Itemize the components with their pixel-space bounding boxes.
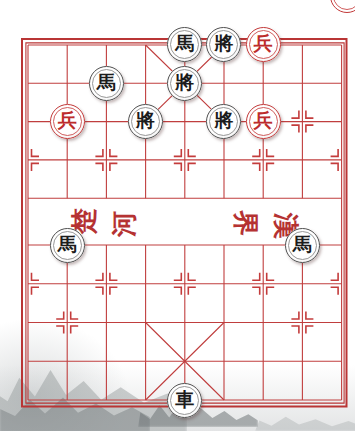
piece-glyph: 馬 — [293, 235, 312, 254]
piece-glyph: 將 — [214, 34, 233, 53]
intersection-r9c4: 車 — [165, 381, 204, 420]
piece-black-horse[interactable]: 馬 — [89, 66, 124, 101]
piece-glyph: 兵 — [254, 111, 273, 130]
piece-glyph: 馬 — [97, 73, 116, 92]
piece-glyph: 將 — [175, 73, 194, 92]
intersection-r2c1: 兵 — [48, 102, 87, 140]
piece-red-soldier[interactable]: 兵 — [50, 104, 85, 139]
intersection-r5c7: 馬 — [283, 226, 322, 265]
piece-glyph: 將 — [136, 111, 155, 130]
piece-glyph: 車 — [175, 390, 194, 409]
intersection-r5c1: 馬 — [48, 226, 87, 265]
piece-black-general[interactable]: 將 — [128, 104, 163, 139]
piece-red-soldier[interactable]: 兵 — [246, 27, 281, 62]
piece-black-general[interactable]: 將 — [167, 66, 202, 101]
intersection-r2c5: 將 — [204, 102, 243, 140]
piece-black-horse[interactable]: 馬 — [285, 228, 320, 263]
piece-red-soldier[interactable]: 兵 — [246, 104, 281, 139]
piece-glyph: 兵 — [254, 34, 273, 53]
piece-black-horse[interactable]: 馬 — [167, 27, 202, 62]
intersection-r0c6: 兵 — [244, 26, 283, 64]
piece-glyph: 將 — [214, 111, 233, 130]
xiangqi-board[interactable]: 馬將兵馬將兵將將兵馬馬車 — [8, 26, 355, 420]
piece-black-horse[interactable]: 馬 — [50, 228, 85, 263]
piece-glyph: 馬 — [175, 34, 194, 53]
piece-glyph: 兵 — [58, 111, 77, 130]
intersection-r1c4: 將 — [165, 64, 204, 102]
intersection-r2c6: 兵 — [244, 102, 283, 140]
piece-glyph: 馬 — [58, 235, 77, 254]
piece-black-general[interactable]: 將 — [206, 104, 241, 139]
intersection-r1c2: 馬 — [87, 64, 126, 102]
intersection-r0c4: 馬 — [165, 26, 204, 64]
piece-black-chariot[interactable]: 車 — [167, 383, 202, 418]
intersection-r2c3: 將 — [126, 102, 165, 140]
piece-black-general[interactable]: 將 — [206, 27, 241, 62]
xiangqi-game-screen: 楚河界漢 馬將兵馬將兵將將兵馬馬車 — [0, 0, 355, 431]
intersection-r0c5: 將 — [204, 26, 243, 64]
